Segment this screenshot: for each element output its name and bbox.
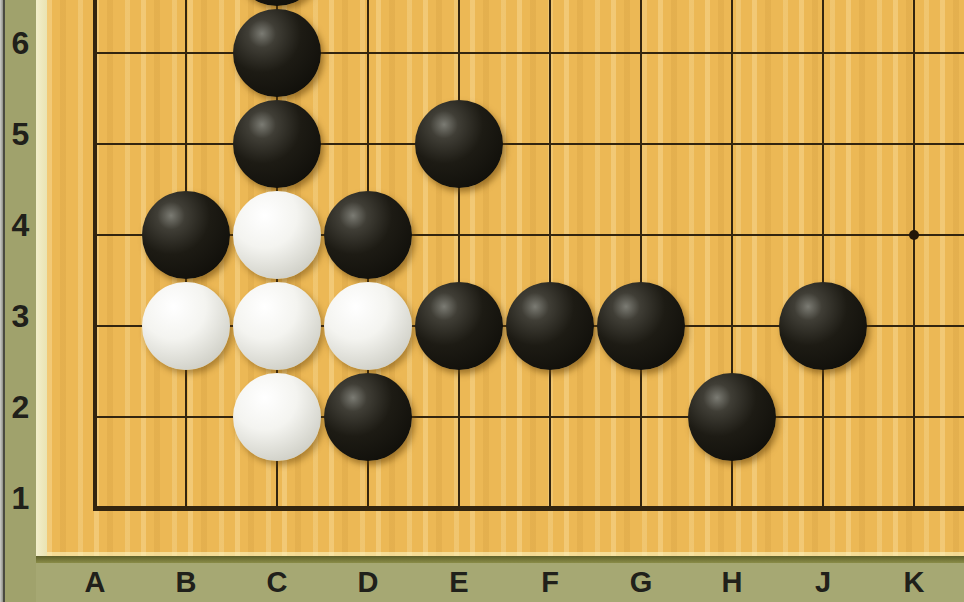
column-label-F: F [520, 568, 580, 597]
column-label-G: G [611, 568, 671, 597]
stone-white-B3 [142, 282, 230, 370]
grid-line-col-G [640, 0, 642, 510]
stone-black-D4 [324, 191, 412, 279]
stone-black-G3 [597, 282, 685, 370]
stone-white-C2 [233, 373, 321, 461]
column-label-D: D [338, 568, 398, 597]
stone-black-H2 [688, 373, 776, 461]
stone-black-F3 [506, 282, 594, 370]
row-label-1: 1 [5, 482, 36, 514]
star-point-K4 [909, 230, 919, 240]
grid-line-col-A [93, 0, 97, 510]
stone-black-E5 [415, 100, 503, 188]
row-label-3: 3 [5, 300, 36, 332]
grid-line-col-J [822, 0, 824, 510]
column-label-C: C [247, 568, 307, 597]
column-label-E: E [429, 568, 489, 597]
stone-white-D3 [324, 282, 412, 370]
grid-line-row-1 [93, 506, 964, 511]
stone-black-C6 [233, 9, 321, 97]
grid-line-col-K [913, 0, 915, 510]
grid-line-row-2 [93, 416, 964, 418]
column-label-K: K [884, 568, 944, 597]
row-label-5: 5 [5, 118, 36, 150]
stone-black-C5 [233, 100, 321, 188]
grid-line-row-5 [93, 143, 964, 145]
stone-black-E3 [415, 282, 503, 370]
stone-white-C3 [233, 282, 321, 370]
stone-black-B4 [142, 191, 230, 279]
row-label-2: 2 [5, 391, 36, 423]
column-label-H: H [702, 568, 762, 597]
grid-line-col-E [458, 0, 460, 510]
board-shadow [36, 556, 964, 563]
column-label-A: A [65, 568, 125, 597]
column-label-B: B [156, 568, 216, 597]
stone-black-D2 [324, 373, 412, 461]
board-left-bevel [36, 0, 47, 557]
row-label-4: 4 [5, 209, 36, 241]
go-board-window: 654321ABCDEFGHJK [0, 0, 964, 602]
row-label-6: 6 [5, 27, 36, 59]
column-label-J: J [793, 568, 853, 597]
grid-line-col-F [549, 0, 551, 510]
stone-black-J3 [779, 282, 867, 370]
stone-white-C4 [233, 191, 321, 279]
grid-line-row-6 [93, 52, 964, 54]
